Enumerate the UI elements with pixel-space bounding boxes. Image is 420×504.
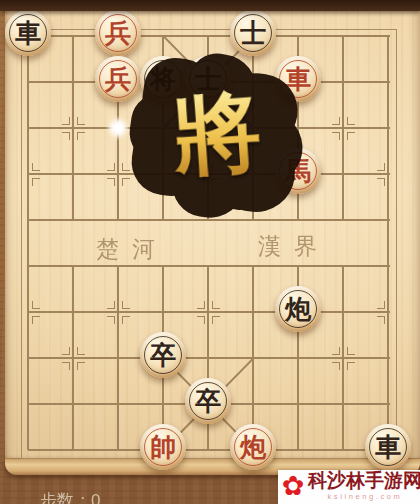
piece-glyph: 炮 — [285, 297, 311, 323]
piece-red-soldier[interactable]: 兵 — [95, 10, 141, 56]
piece-glyph: 帥 — [150, 435, 176, 461]
piece-black-soldier[interactable]: 卒 — [140, 332, 186, 378]
table-top-edge — [0, 0, 420, 11]
piece-glyph: 将 — [150, 67, 176, 93]
piece-glyph: 炮 — [240, 435, 266, 461]
river-text-left: 楚河 — [96, 234, 168, 265]
piece-black-soldier[interactable]: 卒 — [185, 378, 231, 424]
piece-red-general[interactable]: 帥 — [140, 424, 186, 470]
piece-glyph: 兵 — [105, 67, 131, 93]
piece-red-soldier[interactable]: 兵 — [95, 56, 141, 102]
piece-black-chariot[interactable]: 車 — [5, 10, 51, 56]
piece-black-chariot[interactable]: 車 — [365, 424, 411, 470]
river-text-right: 漢界 — [258, 231, 330, 262]
piece-glyph: 車 — [15, 21, 41, 47]
step-counter: 步数：0 — [40, 489, 100, 504]
piece-glyph: 卒 — [150, 343, 176, 369]
piece-red-horse[interactable]: 馬 — [275, 148, 321, 194]
piece-red-chariot[interactable]: 車 — [275, 56, 321, 102]
game-screen: 楚河 漢界 車兵士兵将士車馬炮卒卒帥炮車 將 步数：0 ✿ 科沙林手游网 ksl… — [0, 0, 420, 504]
piece-black-cannon[interactable]: 炮 — [275, 286, 321, 332]
piece-black-advisor[interactable]: 士 — [230, 10, 276, 56]
piece-glyph: 士 — [195, 67, 221, 93]
piece-black-advisor[interactable]: 士 — [185, 56, 231, 102]
watermark-title: 科沙林手游网 — [308, 470, 420, 492]
piece-glyph: 馬 — [285, 159, 311, 185]
piece-glyph: 士 — [240, 21, 266, 47]
piece-glyph: 車 — [375, 435, 401, 461]
piece-glyph: 車 — [285, 67, 311, 93]
watermark-domain: kslineng.com — [328, 492, 403, 501]
piece-red-cannon[interactable]: 炮 — [230, 424, 276, 470]
watermark-badge: ✿ 科沙林手游网 kslineng.com — [278, 470, 420, 504]
piece-glyph: 卒 — [195, 389, 221, 415]
piece-glyph: 兵 — [105, 21, 131, 47]
plum-blossom-icon: ✿ — [278, 470, 308, 502]
piece-black-general[interactable]: 将 — [140, 56, 186, 102]
